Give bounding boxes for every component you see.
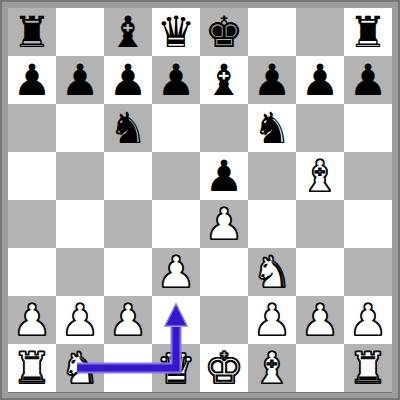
square-h7[interactable]: ♟ (344, 56, 392, 104)
square-a3[interactable] (8, 248, 56, 296)
piece-black-bishop[interactable]: ♝ (109, 8, 148, 56)
square-d1[interactable]: ♛ (152, 344, 200, 392)
piece-black-pawn[interactable]: ♟ (13, 56, 52, 104)
piece-white-pawn[interactable]: ♟ (205, 200, 244, 248)
square-b6[interactable] (56, 104, 104, 152)
piece-black-pawn[interactable]: ♟ (61, 56, 100, 104)
square-e5[interactable]: ♟ (200, 152, 248, 200)
square-b2[interactable]: ♟ (56, 296, 104, 344)
square-c8[interactable]: ♝ (104, 8, 152, 56)
piece-white-king[interactable]: ♚ (205, 344, 244, 392)
square-e8[interactable]: ♚ (200, 8, 248, 56)
square-g6[interactable] (296, 104, 344, 152)
square-a2[interactable]: ♟ (8, 296, 56, 344)
square-g4[interactable] (296, 200, 344, 248)
piece-white-pawn[interactable]: ♟ (301, 296, 340, 344)
piece-black-knight[interactable]: ♞ (253, 104, 292, 152)
square-d7[interactable]: ♟ (152, 56, 200, 104)
square-c5[interactable] (104, 152, 152, 200)
piece-white-pawn[interactable]: ♟ (109, 296, 148, 344)
square-a4[interactable] (8, 200, 56, 248)
square-f2[interactable]: ♟ (248, 296, 296, 344)
chess-diagram: ♜♝♛♚♜♟♟♟♟♝♟♟♟♞♞♟♝♟♟♞♟♟♟♟♟♟♜♞♛♚♝♜ (0, 0, 400, 400)
piece-white-queen[interactable]: ♛ (157, 344, 196, 392)
square-g5[interactable]: ♝ (296, 152, 344, 200)
square-b7[interactable]: ♟ (56, 56, 104, 104)
square-a7[interactable]: ♟ (8, 56, 56, 104)
square-a6[interactable] (8, 104, 56, 152)
square-h4[interactable] (344, 200, 392, 248)
piece-black-pawn[interactable]: ♟ (349, 56, 388, 104)
square-f7[interactable]: ♟ (248, 56, 296, 104)
square-e4[interactable]: ♟ (200, 200, 248, 248)
piece-white-pawn[interactable]: ♟ (157, 248, 196, 296)
chess-board[interactable]: ♜♝♛♚♜♟♟♟♟♝♟♟♟♞♞♟♝♟♟♞♟♟♟♟♟♟♜♞♛♚♝♜ (8, 8, 392, 393)
square-c6[interactable]: ♞ (104, 104, 152, 152)
square-e1[interactable]: ♚ (200, 344, 248, 392)
square-c1[interactable] (104, 344, 152, 392)
square-g3[interactable] (296, 248, 344, 296)
square-f3[interactable]: ♞ (248, 248, 296, 296)
square-a5[interactable] (8, 152, 56, 200)
square-h8[interactable]: ♜ (344, 8, 392, 56)
square-h5[interactable] (344, 152, 392, 200)
piece-black-pawn[interactable]: ♟ (253, 56, 292, 104)
square-a8[interactable]: ♜ (8, 8, 56, 56)
piece-black-pawn[interactable]: ♟ (109, 56, 148, 104)
square-d6[interactable] (152, 104, 200, 152)
piece-black-pawn[interactable]: ♟ (157, 56, 196, 104)
piece-white-knight[interactable]: ♞ (61, 344, 100, 392)
square-g2[interactable]: ♟ (296, 296, 344, 344)
square-d5[interactable] (152, 152, 200, 200)
square-d2[interactable] (152, 296, 200, 344)
square-f8[interactable] (248, 8, 296, 56)
piece-white-pawn[interactable]: ♟ (253, 296, 292, 344)
square-g7[interactable]: ♟ (296, 56, 344, 104)
piece-black-rook[interactable]: ♜ (13, 8, 52, 56)
square-f6[interactable]: ♞ (248, 104, 296, 152)
square-h3[interactable] (344, 248, 392, 296)
piece-black-king[interactable]: ♚ (205, 8, 244, 56)
square-c7[interactable]: ♟ (104, 56, 152, 104)
piece-white-knight[interactable]: ♞ (253, 248, 292, 296)
square-d8[interactable]: ♛ (152, 8, 200, 56)
square-e7[interactable]: ♝ (200, 56, 248, 104)
square-c3[interactable] (104, 248, 152, 296)
square-f4[interactable] (248, 200, 296, 248)
piece-white-rook[interactable]: ♜ (13, 344, 52, 392)
square-g1[interactable] (296, 344, 344, 392)
square-d4[interactable] (152, 200, 200, 248)
square-f5[interactable] (248, 152, 296, 200)
piece-black-knight[interactable]: ♞ (109, 104, 148, 152)
piece-black-pawn[interactable]: ♟ (301, 56, 340, 104)
square-c2[interactable]: ♟ (104, 296, 152, 344)
piece-white-pawn[interactable]: ♟ (13, 296, 52, 344)
square-g8[interactable] (296, 8, 344, 56)
square-b1[interactable]: ♞ (56, 344, 104, 392)
square-d3[interactable]: ♟ (152, 248, 200, 296)
square-h6[interactable] (344, 104, 392, 152)
piece-black-bishop[interactable]: ♝ (205, 56, 244, 104)
piece-white-pawn[interactable]: ♟ (61, 296, 100, 344)
square-e3[interactable] (200, 248, 248, 296)
piece-white-bishop[interactable]: ♝ (253, 344, 292, 392)
piece-white-pawn[interactable]: ♟ (349, 296, 388, 344)
square-c4[interactable] (104, 200, 152, 248)
square-h2[interactable]: ♟ (344, 296, 392, 344)
square-b3[interactable] (56, 248, 104, 296)
piece-black-queen[interactable]: ♛ (157, 8, 196, 56)
square-e2[interactable] (200, 296, 248, 344)
square-b8[interactable] (56, 8, 104, 56)
square-a1[interactable]: ♜ (8, 344, 56, 392)
square-e6[interactable] (200, 104, 248, 152)
piece-white-bishop[interactable]: ♝ (301, 152, 340, 200)
piece-black-pawn[interactable]: ♟ (205, 152, 244, 200)
square-h1[interactable]: ♜ (344, 344, 392, 392)
square-b5[interactable] (56, 152, 104, 200)
square-b4[interactable] (56, 200, 104, 248)
piece-black-rook[interactable]: ♜ (349, 8, 388, 56)
piece-white-rook[interactable]: ♜ (349, 344, 388, 392)
square-f1[interactable]: ♝ (248, 344, 296, 392)
